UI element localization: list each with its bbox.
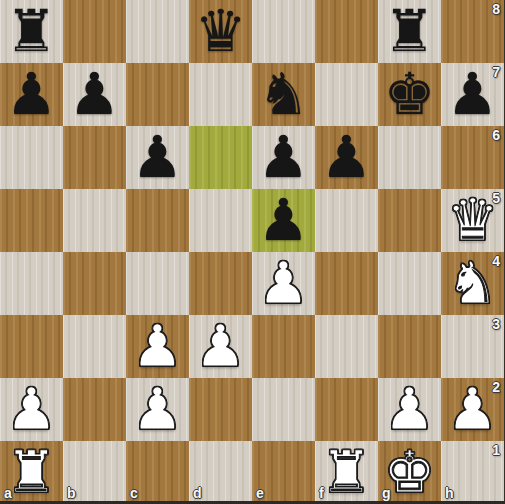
- piece-black-pawn[interactable]: ♟: [63, 63, 126, 126]
- piece-white-pawn[interactable]: ♟: [126, 315, 189, 378]
- square-h6[interactable]: 6: [441, 126, 504, 189]
- piece-black-pawn[interactable]: ♟: [0, 63, 63, 126]
- square-a2[interactable]: ♟: [0, 378, 63, 441]
- square-h5[interactable]: 5♛: [441, 189, 504, 252]
- square-c6[interactable]: ♟: [126, 126, 189, 189]
- piece-black-knight[interactable]: ♞: [252, 63, 315, 126]
- chess-board[interactable]: ♜♛♜8♟♟♞♚7♟♟♟♟6♟5♛♟4♞♟♟3♟♟♟2♟a♜bcdef♜g♚1h: [0, 0, 504, 504]
- square-g5[interactable]: [378, 189, 441, 252]
- square-f6[interactable]: ♟: [315, 126, 378, 189]
- piece-white-pawn[interactable]: ♟: [126, 378, 189, 441]
- square-g1[interactable]: g♚: [378, 441, 441, 504]
- square-b1[interactable]: b: [63, 441, 126, 504]
- square-h7[interactable]: 7♟: [441, 63, 504, 126]
- square-c2[interactable]: ♟: [126, 378, 189, 441]
- piece-white-rook[interactable]: ♜: [315, 441, 378, 504]
- piece-black-queen[interactable]: ♛: [189, 0, 252, 63]
- square-e2[interactable]: [252, 378, 315, 441]
- square-f4[interactable]: [315, 252, 378, 315]
- square-c1[interactable]: c: [126, 441, 189, 504]
- square-d8[interactable]: ♛: [189, 0, 252, 63]
- square-a8[interactable]: ♜: [0, 0, 63, 63]
- square-d6[interactable]: [189, 126, 252, 189]
- square-f1[interactable]: f♜: [315, 441, 378, 504]
- square-a4[interactable]: [0, 252, 63, 315]
- piece-black-pawn[interactable]: ♟: [315, 126, 378, 189]
- square-d2[interactable]: [189, 378, 252, 441]
- square-g2[interactable]: ♟: [378, 378, 441, 441]
- piece-white-queen[interactable]: ♛: [441, 189, 504, 252]
- piece-white-pawn[interactable]: ♟: [378, 378, 441, 441]
- piece-white-knight[interactable]: ♞: [441, 252, 504, 315]
- square-f7[interactable]: [315, 63, 378, 126]
- square-h1[interactable]: 1h: [441, 441, 504, 504]
- square-c4[interactable]: [126, 252, 189, 315]
- piece-white-pawn[interactable]: ♟: [189, 315, 252, 378]
- square-f8[interactable]: [315, 0, 378, 63]
- square-a7[interactable]: ♟: [0, 63, 63, 126]
- square-g8[interactable]: ♜: [378, 0, 441, 63]
- piece-white-pawn[interactable]: ♟: [441, 378, 504, 441]
- square-a1[interactable]: a♜: [0, 441, 63, 504]
- square-c7[interactable]: [126, 63, 189, 126]
- piece-black-pawn[interactable]: ♟: [126, 126, 189, 189]
- file-label-b: b: [67, 485, 76, 501]
- square-d1[interactable]: d: [189, 441, 252, 504]
- square-b5[interactable]: [63, 189, 126, 252]
- square-b4[interactable]: [63, 252, 126, 315]
- piece-black-pawn[interactable]: ♟: [252, 189, 315, 252]
- square-f3[interactable]: [315, 315, 378, 378]
- file-label-d: d: [193, 485, 202, 501]
- square-b2[interactable]: [63, 378, 126, 441]
- piece-black-rook[interactable]: ♜: [0, 0, 63, 63]
- square-e8[interactable]: [252, 0, 315, 63]
- square-d4[interactable]: [189, 252, 252, 315]
- square-e1[interactable]: e: [252, 441, 315, 504]
- rank-label-1: 1: [492, 442, 500, 458]
- file-label-h: h: [445, 485, 454, 501]
- square-d7[interactable]: [189, 63, 252, 126]
- square-e3[interactable]: [252, 315, 315, 378]
- square-g3[interactable]: [378, 315, 441, 378]
- square-g4[interactable]: [378, 252, 441, 315]
- square-d5[interactable]: [189, 189, 252, 252]
- square-f5[interactable]: [315, 189, 378, 252]
- square-b3[interactable]: [63, 315, 126, 378]
- piece-black-pawn[interactable]: ♟: [441, 63, 504, 126]
- rank-label-3: 3: [492, 316, 500, 332]
- file-label-c: c: [130, 485, 138, 501]
- rank-label-6: 6: [492, 127, 500, 143]
- square-b6[interactable]: [63, 126, 126, 189]
- square-e5[interactable]: ♟: [252, 189, 315, 252]
- square-e7[interactable]: ♞: [252, 63, 315, 126]
- square-a3[interactable]: [0, 315, 63, 378]
- square-h8[interactable]: 8: [441, 0, 504, 63]
- square-c8[interactable]: [126, 0, 189, 63]
- square-e4[interactable]: ♟: [252, 252, 315, 315]
- square-f2[interactable]: [315, 378, 378, 441]
- square-h3[interactable]: 3: [441, 315, 504, 378]
- piece-black-pawn[interactable]: ♟: [252, 126, 315, 189]
- square-g7[interactable]: ♚: [378, 63, 441, 126]
- square-d3[interactable]: ♟: [189, 315, 252, 378]
- piece-white-pawn[interactable]: ♟: [0, 378, 63, 441]
- file-label-e: e: [256, 485, 264, 501]
- square-h4[interactable]: 4♞: [441, 252, 504, 315]
- piece-black-king[interactable]: ♚: [378, 63, 441, 126]
- piece-white-rook[interactable]: ♜: [0, 441, 63, 504]
- board-container: ♜♛♜8♟♟♞♚7♟♟♟♟6♟5♛♟4♞♟♟3♟♟♟2♟a♜bcdef♜g♚1h: [0, 0, 505, 504]
- square-e6[interactable]: ♟: [252, 126, 315, 189]
- piece-white-king[interactable]: ♚: [378, 441, 441, 504]
- rank-label-8: 8: [492, 1, 500, 17]
- square-b7[interactable]: ♟: [63, 63, 126, 126]
- square-a5[interactable]: [0, 189, 63, 252]
- piece-white-pawn[interactable]: ♟: [252, 252, 315, 315]
- piece-black-rook[interactable]: ♜: [378, 0, 441, 63]
- square-a6[interactable]: [0, 126, 63, 189]
- square-b8[interactable]: [63, 0, 126, 63]
- square-c3[interactable]: ♟: [126, 315, 189, 378]
- square-g6[interactable]: [378, 126, 441, 189]
- square-h2[interactable]: 2♟: [441, 378, 504, 441]
- square-c5[interactable]: [126, 189, 189, 252]
